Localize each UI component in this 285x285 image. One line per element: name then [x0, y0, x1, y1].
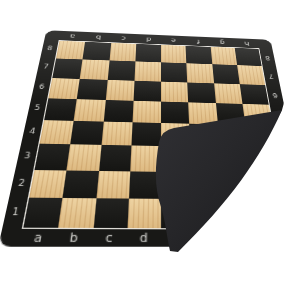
fold-overlay	[0, 0, 285, 285]
product-photo-scene: abcdefgh abcdefgh 87654321 87654321	[0, 0, 285, 285]
